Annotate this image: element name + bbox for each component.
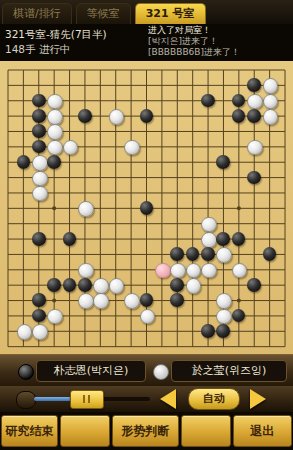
stone-white	[263, 94, 279, 110]
stone-black	[247, 78, 261, 92]
stone-black	[140, 293, 154, 307]
chat-line: [BBBBBB6B]进来了！	[148, 47, 293, 58]
stone-black	[201, 247, 215, 261]
stone-black	[63, 278, 77, 292]
replay-control-bar: 自动	[0, 386, 293, 412]
stone-black	[63, 232, 77, 246]
stone-black	[247, 171, 261, 185]
stone-white	[216, 247, 232, 263]
stone-white	[124, 293, 140, 309]
stone-white	[47, 309, 63, 325]
next-move-icon[interactable]	[250, 389, 266, 409]
stone-white	[124, 140, 140, 156]
stone-white	[247, 140, 263, 156]
player-bar: 朴志恩(박지은) 於之莹(위즈잉)	[0, 354, 293, 388]
stone-black	[32, 232, 46, 246]
stone-white	[93, 293, 109, 309]
stone-black	[232, 309, 246, 323]
white-stone-icon	[153, 364, 169, 380]
stone-black	[32, 293, 46, 307]
exit-button[interactable]: 退出	[233, 415, 292, 447]
tab-room-321[interactable]: 321 号室	[135, 3, 206, 24]
chat-messages: 进入了对局室！ [박지은]进来了！ [BBBBBB6B]进来了！	[148, 25, 293, 58]
stone-black	[170, 247, 184, 261]
stone-black	[32, 94, 46, 108]
stone-white	[216, 309, 232, 325]
stone-white	[93, 278, 109, 294]
stone-black	[47, 278, 61, 292]
chat-line: [박지은]进来了！	[148, 36, 293, 47]
stone-black	[232, 109, 246, 123]
stone-black	[32, 124, 46, 138]
stone-white	[47, 140, 63, 156]
stone-black	[47, 155, 61, 169]
black-player-name: 朴志恩(박지은)	[36, 360, 146, 382]
stone-black	[216, 155, 230, 169]
stone-white	[232, 263, 248, 279]
move-slider[interactable]	[34, 397, 150, 401]
stone-black	[32, 309, 46, 323]
stone-white	[140, 309, 156, 325]
blank-button[interactable]	[60, 415, 110, 447]
stone-black	[247, 109, 261, 123]
stone-black	[170, 278, 184, 292]
tab-waiting-room[interactable]: 等候室	[76, 3, 131, 24]
stone-white	[78, 293, 94, 309]
stone-white	[63, 140, 79, 156]
stone-white	[186, 263, 202, 279]
stone-white	[109, 109, 125, 125]
stone-white	[32, 155, 48, 171]
room-info: 321号室-猜先(7目半) 148手 进行中	[5, 27, 145, 57]
go-board[interactable]	[0, 61, 293, 354]
stone-white	[47, 109, 63, 125]
move-status: 148手 进行中	[5, 42, 145, 57]
previous-move-icon[interactable]	[160, 389, 176, 409]
stone-white	[201, 217, 217, 233]
info-bar: 321号室-猜先(7目半) 148手 进行中 进入了对局室！ [박지은]进来了！…	[0, 24, 293, 63]
slider-end-cap	[16, 391, 36, 409]
stone-black	[32, 140, 46, 154]
slider-handle[interactable]	[70, 390, 104, 409]
stone-black	[232, 94, 246, 108]
stone-black	[186, 247, 200, 261]
stone-black	[263, 247, 277, 261]
stone-white	[32, 171, 48, 187]
stone-black	[232, 232, 246, 246]
stone-white	[47, 94, 63, 110]
black-stone-icon	[18, 364, 34, 380]
tab-kifu-ranking[interactable]: 棋谱/排行	[2, 3, 72, 24]
stone-black	[201, 324, 215, 338]
stone-black	[216, 324, 230, 338]
room-title: 321号室-猜先(7目半)	[5, 27, 145, 42]
stone-black	[247, 278, 261, 292]
stone-white	[32, 324, 48, 340]
blank-button[interactable]	[181, 415, 231, 447]
stone-white	[170, 263, 186, 279]
stone-black	[78, 109, 92, 123]
stone-black	[170, 293, 184, 307]
white-player-name: 於之莹(위즈잉)	[171, 360, 287, 382]
stone-black	[140, 109, 154, 123]
end-research-button[interactable]: 研究结束	[1, 415, 58, 447]
stone-white	[201, 263, 217, 279]
stone-black	[140, 201, 154, 215]
stone-white	[263, 109, 279, 125]
stone-white	[186, 278, 202, 294]
bottom-button-bar: 研究结束 形势判断 退出	[0, 412, 293, 450]
stone-white	[263, 78, 279, 94]
stone-white	[247, 94, 263, 110]
stone-black	[32, 109, 46, 123]
auto-play-button[interactable]: 自动	[188, 388, 240, 410]
stone-black	[216, 232, 230, 246]
stone-white	[17, 324, 33, 340]
stone-black	[78, 278, 92, 292]
board-stones-grid	[0, 61, 293, 355]
chat-line: 进入了对局室！	[148, 25, 293, 36]
position-judgment-button[interactable]: 形势判断	[112, 415, 179, 447]
tab-bar: 棋谱/排行 等候室 321 号室	[0, 0, 293, 24]
go-app-window: 棋谱/排行 等候室 321 号室 321号室-猜先(7目半) 148手 进行中 …	[0, 0, 293, 450]
stone-white	[109, 278, 125, 294]
stone-white	[78, 263, 94, 279]
stone-white	[201, 232, 217, 248]
stone-last-move-marked	[155, 263, 171, 279]
stone-white	[78, 201, 94, 217]
stone-white	[216, 293, 232, 309]
stone-black	[201, 94, 215, 108]
stone-black	[17, 155, 31, 169]
stone-white	[47, 124, 63, 140]
stone-white	[32, 186, 48, 202]
